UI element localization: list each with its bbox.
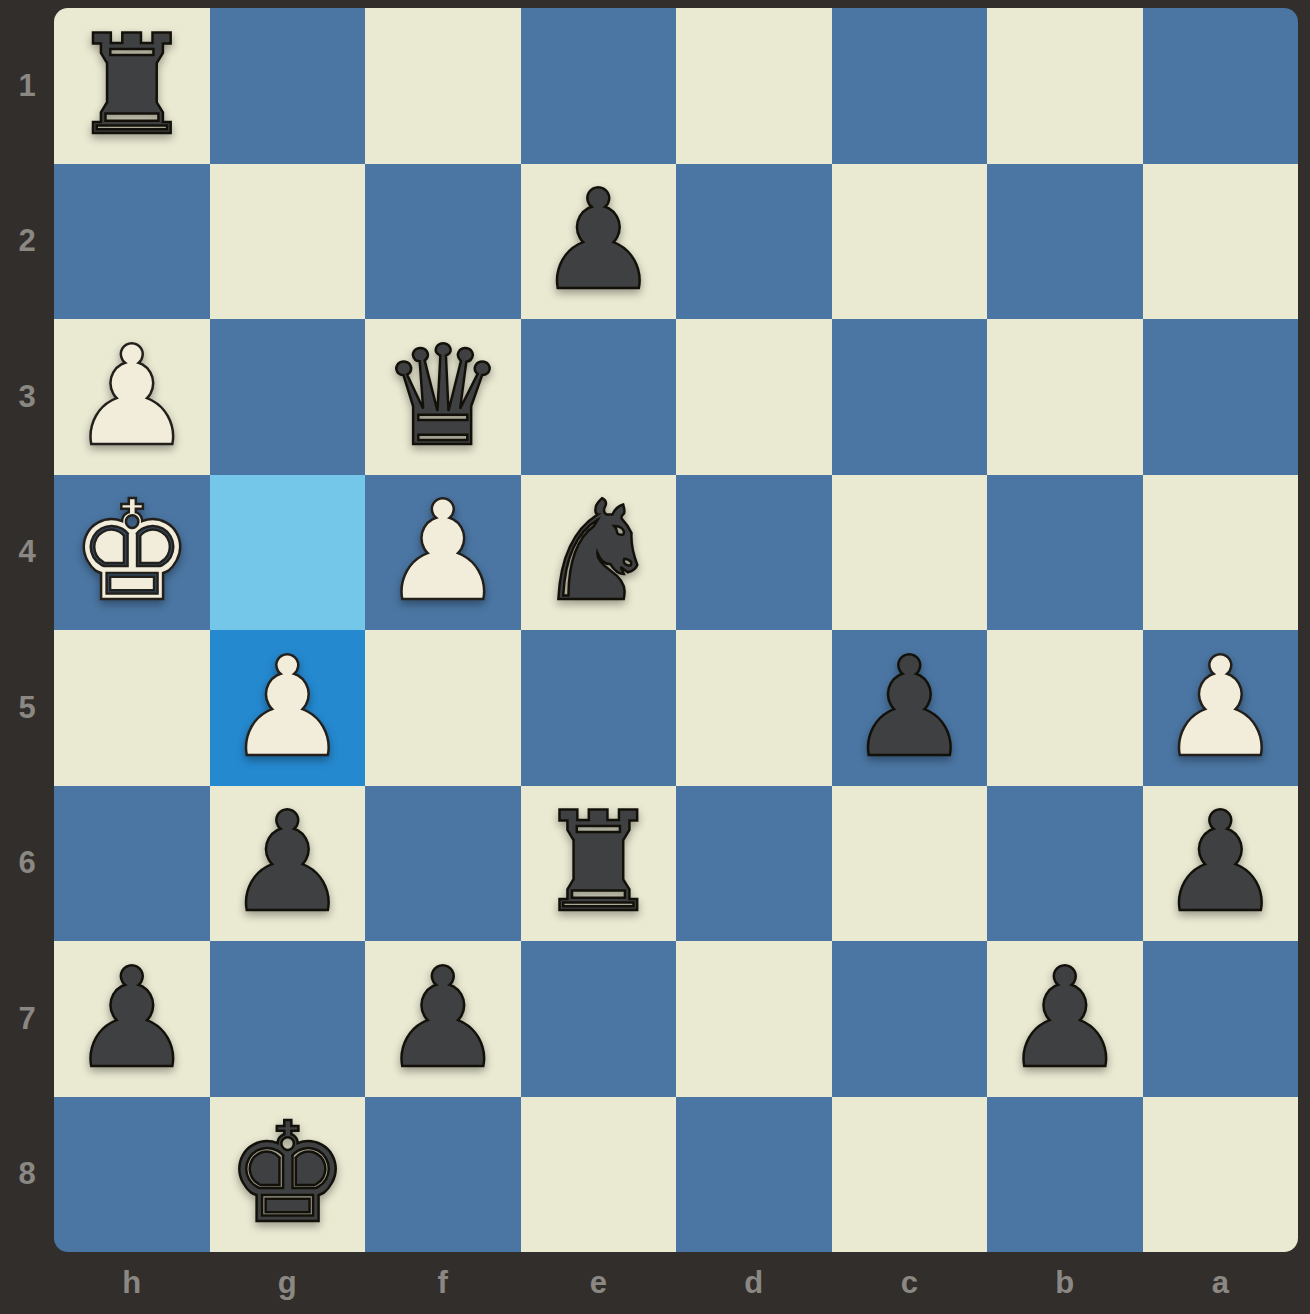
square-g3[interactable] <box>210 319 366 475</box>
white-pawn[interactable]: ♟ <box>1158 639 1282 777</box>
square-c7[interactable] <box>832 941 988 1097</box>
square-g8[interactable]: ♚ <box>210 1097 366 1253</box>
black-rook[interactable]: ♜ <box>70 17 194 155</box>
square-a6[interactable]: ♟ <box>1143 786 1299 942</box>
square-a8[interactable] <box>1143 1097 1299 1253</box>
black-pawn[interactable]: ♟ <box>225 794 349 932</box>
square-a7[interactable] <box>1143 941 1299 1097</box>
white-king[interactable]: ♚ <box>70 483 194 621</box>
square-a2[interactable] <box>1143 164 1299 320</box>
square-d8[interactable] <box>676 1097 832 1253</box>
square-a5[interactable]: ♟ <box>1143 630 1299 786</box>
black-pawn[interactable]: ♟ <box>1003 950 1127 1088</box>
square-f6[interactable] <box>365 786 521 942</box>
square-f7[interactable]: ♟ <box>365 941 521 1097</box>
black-king[interactable]: ♚ <box>225 1105 349 1243</box>
square-b7[interactable]: ♟ <box>987 941 1143 1097</box>
square-e5[interactable] <box>521 630 677 786</box>
square-a4[interactable] <box>1143 475 1299 631</box>
black-pawn[interactable]: ♟ <box>70 950 194 1088</box>
square-c6[interactable] <box>832 786 988 942</box>
square-c1[interactable] <box>832 8 988 164</box>
board: ♜♟♟♛♚♟♞♟♟♟♟♜♟♟♟♟♚ <box>54 8 1298 1252</box>
square-d3[interactable] <box>676 319 832 475</box>
file-label-e: e <box>521 1252 677 1314</box>
square-f2[interactable] <box>365 164 521 320</box>
file-label-b: b <box>987 1252 1143 1314</box>
square-b6[interactable] <box>987 786 1143 942</box>
rank-label-1: 1 <box>0 8 54 164</box>
square-h1[interactable]: ♜ <box>54 8 210 164</box>
file-label-g: g <box>210 1252 366 1314</box>
rank-label-2: 2 <box>0 164 54 320</box>
square-d4[interactable] <box>676 475 832 631</box>
file-label-c: c <box>832 1252 988 1314</box>
square-h6[interactable] <box>54 786 210 942</box>
black-queen[interactable]: ♛ <box>381 328 505 466</box>
file-labels: hgfedcba <box>54 1252 1298 1314</box>
square-d7[interactable] <box>676 941 832 1097</box>
black-pawn[interactable]: ♟ <box>847 639 971 777</box>
file-label-a: a <box>1143 1252 1299 1314</box>
square-e7[interactable] <box>521 941 677 1097</box>
square-f4[interactable]: ♟ <box>365 475 521 631</box>
square-h4[interactable]: ♚ <box>54 475 210 631</box>
square-b2[interactable] <box>987 164 1143 320</box>
square-g6[interactable]: ♟ <box>210 786 366 942</box>
square-b5[interactable] <box>987 630 1143 786</box>
square-b4[interactable] <box>987 475 1143 631</box>
square-b8[interactable] <box>987 1097 1143 1253</box>
square-h8[interactable] <box>54 1097 210 1253</box>
square-b1[interactable] <box>987 8 1143 164</box>
file-label-f: f <box>365 1252 521 1314</box>
square-h2[interactable] <box>54 164 210 320</box>
square-e2[interactable]: ♟ <box>521 164 677 320</box>
black-knight[interactable]: ♞ <box>536 483 660 621</box>
rank-label-8: 8 <box>0 1097 54 1253</box>
square-a3[interactable] <box>1143 319 1299 475</box>
square-g1[interactable] <box>210 8 366 164</box>
white-pawn[interactable]: ♟ <box>70 328 194 466</box>
square-g7[interactable] <box>210 941 366 1097</box>
square-e3[interactable] <box>521 319 677 475</box>
square-b3[interactable] <box>987 319 1143 475</box>
black-pawn[interactable]: ♟ <box>536 172 660 310</box>
square-g2[interactable] <box>210 164 366 320</box>
black-pawn[interactable]: ♟ <box>381 950 505 1088</box>
square-h5[interactable] <box>54 630 210 786</box>
rank-label-4: 4 <box>0 475 54 631</box>
square-g4[interactable] <box>210 475 366 631</box>
square-d5[interactable] <box>676 630 832 786</box>
square-c5[interactable]: ♟ <box>832 630 988 786</box>
square-d2[interactable] <box>676 164 832 320</box>
rank-label-6: 6 <box>0 786 54 942</box>
square-f1[interactable] <box>365 8 521 164</box>
file-label-d: d <box>676 1252 832 1314</box>
square-d1[interactable] <box>676 8 832 164</box>
square-e1[interactable] <box>521 8 677 164</box>
square-h3[interactable]: ♟ <box>54 319 210 475</box>
white-pawn[interactable]: ♟ <box>381 483 505 621</box>
square-d6[interactable] <box>676 786 832 942</box>
rank-label-7: 7 <box>0 941 54 1097</box>
square-f8[interactable] <box>365 1097 521 1253</box>
rank-labels: 12345678 <box>0 8 54 1252</box>
rank-label-3: 3 <box>0 319 54 475</box>
white-pawn[interactable]: ♟ <box>225 639 349 777</box>
square-c3[interactable] <box>832 319 988 475</box>
square-c8[interactable] <box>832 1097 988 1253</box>
black-pawn[interactable]: ♟ <box>1158 794 1282 932</box>
rank-label-5: 5 <box>0 630 54 786</box>
square-a1[interactable] <box>1143 8 1299 164</box>
square-h7[interactable]: ♟ <box>54 941 210 1097</box>
square-c4[interactable] <box>832 475 988 631</box>
square-e6[interactable]: ♜ <box>521 786 677 942</box>
square-g5[interactable]: ♟ <box>210 630 366 786</box>
square-f5[interactable] <box>365 630 521 786</box>
black-rook[interactable]: ♜ <box>536 794 660 932</box>
square-e4[interactable]: ♞ <box>521 475 677 631</box>
square-c2[interactable] <box>832 164 988 320</box>
file-label-h: h <box>54 1252 210 1314</box>
square-f3[interactable]: ♛ <box>365 319 521 475</box>
square-e8[interactable] <box>521 1097 677 1253</box>
